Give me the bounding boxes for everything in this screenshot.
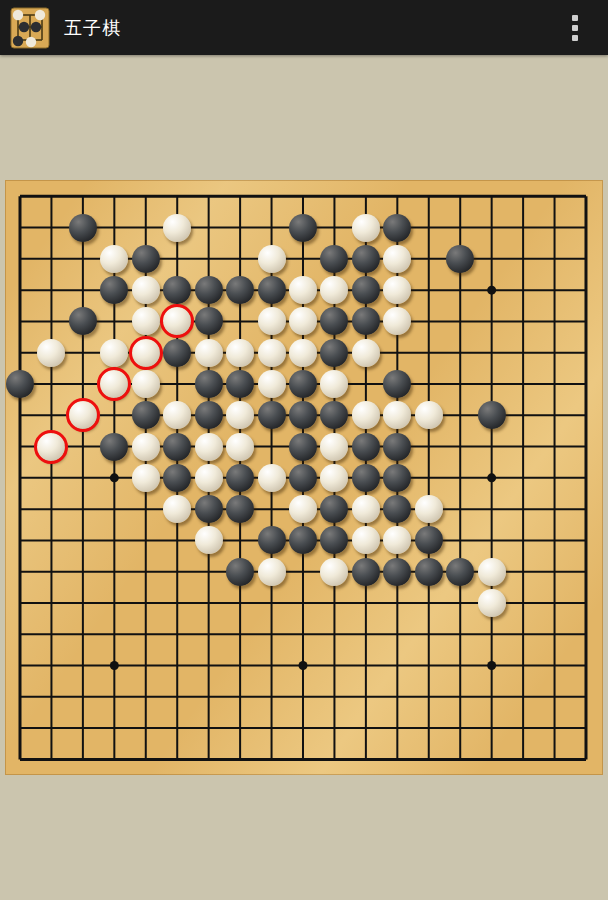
black-stone <box>6 370 34 398</box>
white-stone <box>132 464 160 492</box>
black-stone <box>352 558 380 586</box>
white-stone <box>258 370 286 398</box>
white-stone <box>478 589 506 617</box>
overflow-menu-icon[interactable] <box>560 0 590 55</box>
black-stone <box>289 464 317 492</box>
black-stone <box>69 214 97 242</box>
white-stone <box>132 276 160 304</box>
black-stone <box>226 370 254 398</box>
white-stone <box>195 433 223 461</box>
black-stone <box>383 214 411 242</box>
star-point <box>487 286 496 295</box>
white-stone <box>195 464 223 492</box>
white-stone <box>195 526 223 554</box>
white-stone <box>132 307 160 335</box>
white-stone <box>415 495 443 523</box>
white-stone <box>258 245 286 273</box>
white-stone <box>352 339 380 367</box>
black-stone <box>258 401 286 429</box>
white-stone <box>289 495 317 523</box>
white-stone <box>258 307 286 335</box>
black-stone <box>415 526 443 554</box>
black-stone <box>195 401 223 429</box>
black-stone <box>226 558 254 586</box>
black-stone <box>446 558 474 586</box>
black-stone <box>446 245 474 273</box>
black-stone <box>289 370 317 398</box>
white-stone <box>69 401 97 429</box>
white-stone <box>258 464 286 492</box>
black-stone <box>195 307 223 335</box>
black-stone <box>163 464 191 492</box>
white-stone <box>226 433 254 461</box>
go-board[interactable] <box>5 180 603 775</box>
white-stone <box>415 401 443 429</box>
star-point <box>110 661 119 670</box>
white-stone <box>352 401 380 429</box>
black-stone <box>195 370 223 398</box>
white-stone <box>195 339 223 367</box>
black-stone <box>132 401 160 429</box>
white-stone <box>100 339 128 367</box>
black-stone <box>289 214 317 242</box>
white-stone <box>383 245 411 273</box>
app-title: 五子棋 <box>64 16 121 40</box>
star-point <box>487 473 496 482</box>
black-stone <box>352 464 380 492</box>
black-stone <box>195 276 223 304</box>
black-stone <box>226 464 254 492</box>
black-stone <box>352 276 380 304</box>
black-stone <box>383 464 411 492</box>
black-stone <box>195 495 223 523</box>
black-stone <box>258 526 286 554</box>
star-point <box>110 473 119 482</box>
white-stone <box>258 339 286 367</box>
black-stone <box>163 433 191 461</box>
star-point <box>298 661 307 670</box>
black-stone <box>383 558 411 586</box>
black-stone <box>163 339 191 367</box>
black-stone <box>383 433 411 461</box>
white-stone <box>320 558 348 586</box>
black-stone <box>289 433 317 461</box>
white-stone <box>226 339 254 367</box>
white-stone <box>37 339 65 367</box>
black-stone <box>478 401 506 429</box>
black-stone <box>132 245 160 273</box>
black-stone <box>258 276 286 304</box>
star-point <box>487 661 496 670</box>
white-stone <box>289 276 317 304</box>
white-stone <box>132 339 160 367</box>
black-stone <box>415 558 443 586</box>
black-stone <box>352 433 380 461</box>
white-stone <box>37 433 65 461</box>
white-stone <box>132 370 160 398</box>
white-stone <box>352 214 380 242</box>
white-stone <box>100 245 128 273</box>
white-stone <box>163 214 191 242</box>
white-stone <box>478 558 506 586</box>
black-stone <box>352 245 380 273</box>
app-icon <box>10 7 50 49</box>
black-stone <box>100 433 128 461</box>
white-stone <box>320 433 348 461</box>
white-stone <box>352 495 380 523</box>
white-stone <box>289 339 317 367</box>
white-stone <box>258 558 286 586</box>
black-stone <box>320 339 348 367</box>
white-stone <box>132 433 160 461</box>
action-bar: 五子棋 <box>0 0 608 55</box>
